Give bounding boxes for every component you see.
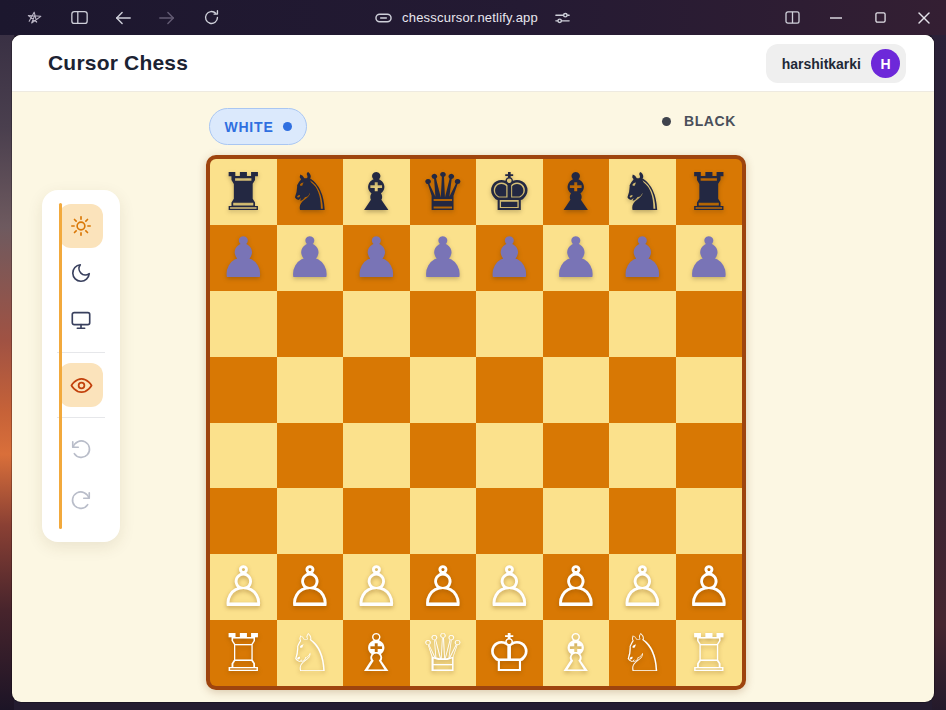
piece-black-pawn: ♟ [218, 230, 268, 286]
piece-white-rook: ♖ [685, 627, 732, 679]
monitor-icon [70, 309, 92, 331]
piece-white-knight: ♘ [286, 627, 333, 679]
piece-black-pawn: ♟ [617, 230, 667, 286]
board-grid: ♜♞♝♛♚♝♞♜♟♟♟♟♟♟♟♟♙♙♙♙♙♙♙♙♖♘♗♕♔♗♘♖ [210, 159, 742, 686]
square-b8[interactable]: ♞ [277, 159, 344, 225]
forward-icon[interactable] [152, 3, 182, 33]
url-text[interactable]: chesscursor.netlify.app [402, 10, 538, 25]
maximize-button[interactable] [858, 0, 902, 35]
moon-icon [70, 262, 92, 284]
redo-icon [70, 490, 92, 512]
square-f6[interactable] [543, 291, 610, 357]
piece-black-king: ♚ [486, 166, 533, 218]
square-a2[interactable]: ♙ [210, 554, 277, 620]
square-h2[interactable]: ♙ [676, 554, 743, 620]
square-a5[interactable] [210, 357, 277, 423]
square-f7[interactable]: ♟ [543, 225, 610, 291]
eye-icon [70, 374, 93, 397]
piece-white-king: ♔ [486, 627, 533, 679]
piece-white-rook: ♖ [220, 627, 267, 679]
square-d5[interactable] [410, 357, 477, 423]
square-h1[interactable]: ♖ [676, 620, 743, 686]
undo-icon [70, 439, 92, 461]
square-c3[interactable] [343, 488, 410, 554]
square-e7[interactable]: ♟ [476, 225, 543, 291]
square-c8[interactable]: ♝ [343, 159, 410, 225]
piece-black-bishop: ♝ [353, 166, 400, 218]
square-f5[interactable] [543, 357, 610, 423]
square-a3[interactable] [210, 488, 277, 554]
link-icon[interactable] [375, 12, 392, 24]
square-b6[interactable] [277, 291, 344, 357]
piece-black-queen: ♛ [419, 166, 466, 218]
white-label: WHITE [224, 119, 273, 135]
square-h4[interactable] [676, 423, 743, 489]
square-a1[interactable]: ♖ [210, 620, 277, 686]
piece-white-pawn: ♙ [617, 559, 667, 615]
minimize-button[interactable] [814, 0, 858, 35]
page-title: Cursor Chess [48, 51, 188, 75]
show-hints-button[interactable] [59, 363, 103, 407]
square-d4[interactable] [410, 423, 477, 489]
square-h5[interactable] [676, 357, 743, 423]
back-icon[interactable] [108, 3, 138, 33]
square-d2[interactable]: ♙ [410, 554, 477, 620]
square-c5[interactable] [343, 357, 410, 423]
white-turn-dot-icon [283, 122, 292, 131]
piece-black-rook: ♜ [685, 166, 732, 218]
main-area: WHITE BLACK [12, 92, 934, 702]
refresh-icon[interactable] [196, 3, 226, 33]
piece-black-rook: ♜ [220, 166, 267, 218]
square-g5[interactable] [609, 357, 676, 423]
square-c6[interactable] [343, 291, 410, 357]
split-screen-icon[interactable] [770, 0, 814, 35]
square-a8[interactable]: ♜ [210, 159, 277, 225]
close-button[interactable] [902, 0, 946, 35]
square-f2[interactable]: ♙ [543, 554, 610, 620]
square-c2[interactable]: ♙ [343, 554, 410, 620]
piece-black-pawn: ♟ [418, 230, 468, 286]
square-f4[interactable] [543, 423, 610, 489]
piece-white-pawn: ♙ [418, 559, 468, 615]
square-d7[interactable]: ♟ [410, 225, 477, 291]
piece-black-knight: ♞ [286, 166, 333, 218]
sidebar-accent-line [59, 203, 62, 529]
sun-icon [70, 215, 92, 237]
square-b7[interactable]: ♟ [277, 225, 344, 291]
desktop-wallpaper-right [932, 0, 946, 710]
piece-white-queen: ♕ [419, 627, 466, 679]
square-e1[interactable]: ♔ [476, 620, 543, 686]
square-b2[interactable]: ♙ [277, 554, 344, 620]
tune-icon[interactable] [554, 10, 571, 26]
piece-white-bishop: ♗ [353, 627, 400, 679]
square-d1[interactable]: ♕ [410, 620, 477, 686]
square-g3[interactable] [609, 488, 676, 554]
piece-white-pawn: ♙ [218, 559, 268, 615]
avatar[interactable]: H [871, 49, 900, 78]
square-b3[interactable] [277, 488, 344, 554]
square-e4[interactable] [476, 423, 543, 489]
username-label: harshitkarki [782, 56, 861, 72]
piece-white-knight: ♘ [619, 627, 666, 679]
browser-logo-icon[interactable] [20, 3, 50, 33]
settings-sidebar [42, 190, 120, 542]
square-h6[interactable] [676, 291, 743, 357]
chess-board: ♜♞♝♛♚♝♞♜♟♟♟♟♟♟♟♟♙♙♙♙♙♙♙♙♖♘♗♕♔♗♘♖ [206, 155, 746, 690]
piece-white-pawn: ♙ [551, 559, 601, 615]
square-d6[interactable] [410, 291, 477, 357]
square-a4[interactable] [210, 423, 277, 489]
sidebar-divider [57, 417, 105, 418]
square-e2[interactable]: ♙ [476, 554, 543, 620]
square-g8[interactable]: ♞ [609, 159, 676, 225]
square-g1[interactable]: ♘ [609, 620, 676, 686]
square-a6[interactable] [210, 291, 277, 357]
piece-black-pawn: ♟ [285, 230, 335, 286]
square-g6[interactable] [609, 291, 676, 357]
square-b1[interactable]: ♘ [277, 620, 344, 686]
square-h3[interactable] [676, 488, 743, 554]
redo-move-button[interactable] [59, 479, 103, 523]
square-a7[interactable]: ♟ [210, 225, 277, 291]
piece-black-knight: ♞ [619, 166, 666, 218]
page-content: Cursor Chess harshitkarki H WHITE BLACK [12, 35, 934, 702]
piece-black-pawn: ♟ [351, 230, 401, 286]
square-b4[interactable] [277, 423, 344, 489]
square-f8[interactable]: ♝ [543, 159, 610, 225]
square-e6[interactable] [476, 291, 543, 357]
browser-titlebar: chesscursor.netlify.app [0, 0, 946, 35]
theme-light-button[interactable] [59, 204, 103, 248]
square-g4[interactable] [609, 423, 676, 489]
square-c4[interactable] [343, 423, 410, 489]
user-menu[interactable]: harshitkarki H [766, 44, 906, 83]
square-d3[interactable] [410, 488, 477, 554]
sidebar-toggle-icon[interactable] [64, 3, 94, 33]
square-e5[interactable] [476, 357, 543, 423]
square-f3[interactable] [543, 488, 610, 554]
square-g2[interactable]: ♙ [609, 554, 676, 620]
piece-white-pawn: ♙ [285, 559, 335, 615]
square-h7[interactable]: ♟ [676, 225, 743, 291]
piece-black-pawn: ♟ [484, 230, 534, 286]
piece-black-pawn: ♟ [684, 230, 734, 286]
app-header: Cursor Chess harshitkarki H [12, 35, 934, 92]
square-h8[interactable]: ♜ [676, 159, 743, 225]
black-dot-icon [662, 117, 671, 126]
undo-move-button[interactable] [59, 428, 103, 472]
piece-white-pawn: ♙ [484, 559, 534, 615]
black-label: BLACK [684, 113, 736, 129]
square-f1[interactable]: ♗ [543, 620, 610, 686]
square-e3[interactable] [476, 488, 543, 554]
piece-white-bishop: ♗ [552, 627, 599, 679]
sidebar-divider [57, 352, 105, 353]
square-e8[interactable]: ♚ [476, 159, 543, 225]
square-d8[interactable]: ♛ [410, 159, 477, 225]
square-b5[interactable] [277, 357, 344, 423]
white-player-indicator: WHITE [209, 108, 307, 145]
theme-dark-button[interactable] [59, 251, 103, 295]
piece-black-pawn: ♟ [551, 230, 601, 286]
piece-white-pawn: ♙ [351, 559, 401, 615]
piece-black-bishop: ♝ [552, 166, 599, 218]
square-c7[interactable]: ♟ [343, 225, 410, 291]
square-c1[interactable]: ♗ [343, 620, 410, 686]
black-player-indicator: BLACK [662, 113, 736, 129]
piece-white-pawn: ♙ [684, 559, 734, 615]
square-g7[interactable]: ♟ [609, 225, 676, 291]
theme-system-button[interactable] [59, 298, 103, 342]
